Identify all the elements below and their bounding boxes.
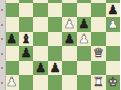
square-g2[interactable]: ♜ xyxy=(91,75,105,89)
ruler-tick xyxy=(1,53,4,55)
black-bishop-b5[interactable]: ♝ xyxy=(19,32,33,46)
square-e4[interactable] xyxy=(62,46,76,60)
white-pawn-f5[interactable]: ♟ xyxy=(77,32,91,46)
square-g3[interactable] xyxy=(91,61,105,75)
square-b6[interactable] xyxy=(19,17,33,31)
square-c6[interactable] xyxy=(33,17,47,31)
black-pawn-b4[interactable]: ♟ xyxy=(19,46,33,60)
square-b2[interactable] xyxy=(19,75,33,89)
ruler-tick xyxy=(1,24,4,26)
square-b7[interactable] xyxy=(19,3,33,17)
white-pawn-e6[interactable]: ♟ xyxy=(62,17,76,31)
square-f4[interactable] xyxy=(77,46,91,60)
left-ruler xyxy=(0,0,6,90)
square-e6[interactable]: ♟ xyxy=(62,17,76,31)
white-pawn-h6[interactable]: ♟ xyxy=(106,17,120,31)
square-b4[interactable]: ♟ xyxy=(19,46,33,60)
black-pawn-e5[interactable]: ♟ xyxy=(62,32,76,46)
black-pawn-h7[interactable]: ♟ xyxy=(106,3,120,17)
square-d5[interactable] xyxy=(48,32,62,46)
square-g4[interactable]: ♛ xyxy=(91,46,105,60)
square-h5[interactable] xyxy=(106,32,120,46)
white-king-h2[interactable]: ♚ xyxy=(106,75,120,89)
square-a3[interactable] xyxy=(5,61,19,75)
square-f7[interactable] xyxy=(77,3,91,17)
square-h4[interactable] xyxy=(106,46,120,60)
ruler-tick xyxy=(1,67,4,69)
square-f6[interactable]: ♟ xyxy=(77,17,91,31)
square-d3[interactable]: ♟ xyxy=(48,61,62,75)
black-pawn-f6[interactable]: ♟ xyxy=(77,17,91,31)
square-c2[interactable] xyxy=(33,75,47,89)
white-rook-g2[interactable]: ♜ xyxy=(91,75,105,89)
square-c3[interactable]: ♟ xyxy=(33,61,47,75)
square-b5[interactable]: ♝ xyxy=(19,32,33,46)
square-a6[interactable] xyxy=(5,17,19,31)
square-f2[interactable] xyxy=(77,75,91,89)
square-d2[interactable] xyxy=(48,75,62,89)
square-e7[interactable] xyxy=(62,3,76,17)
square-g5[interactable] xyxy=(91,32,105,46)
square-g7[interactable] xyxy=(91,3,105,17)
square-h7[interactable]: ♟ xyxy=(106,3,120,17)
square-a2[interactable]: ♟ xyxy=(5,75,19,89)
white-pawn-a2[interactable]: ♟ xyxy=(5,75,19,89)
square-h6[interactable]: ♟ xyxy=(106,17,120,31)
square-b3[interactable] xyxy=(19,61,33,75)
square-h3[interactable] xyxy=(106,61,120,75)
square-f5[interactable]: ♟ xyxy=(77,32,91,46)
square-d6[interactable] xyxy=(48,17,62,31)
black-pawn-a5[interactable]: ♟ xyxy=(5,32,19,46)
ruler-tick xyxy=(1,82,4,84)
square-c4[interactable] xyxy=(33,46,47,60)
square-c5[interactable] xyxy=(33,32,47,46)
square-e2[interactable] xyxy=(62,75,76,89)
black-pawn-d3[interactable]: ♟ xyxy=(48,61,62,75)
chess-board[interactable]: ♜♚♟♟♟♟♟♝♟♟♟♛♟♟♟♜♚ xyxy=(5,0,121,90)
square-f3[interactable] xyxy=(77,61,91,75)
square-e3[interactable] xyxy=(62,61,76,75)
square-e5[interactable]: ♟ xyxy=(62,32,76,46)
white-queen-g4[interactable]: ♛ xyxy=(91,46,105,60)
black-pawn-c3[interactable]: ♟ xyxy=(33,61,47,75)
square-d7[interactable] xyxy=(48,3,62,17)
square-g6[interactable] xyxy=(91,17,105,31)
square-a5[interactable]: ♟ xyxy=(5,32,19,46)
ruler-tick xyxy=(1,9,4,11)
square-a7[interactable] xyxy=(5,3,19,17)
square-a4[interactable] xyxy=(5,46,19,60)
square-h2[interactable]: ♚ xyxy=(106,75,120,89)
square-c7[interactable] xyxy=(33,3,47,17)
square-d4[interactable] xyxy=(48,46,62,60)
ruler-tick xyxy=(1,38,4,40)
